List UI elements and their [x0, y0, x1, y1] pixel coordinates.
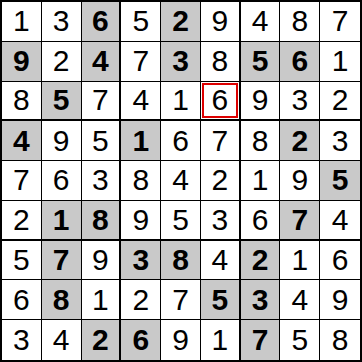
filled-digit: 7 — [13, 165, 30, 195]
cell-r7c1[interactable]: 5 — [2, 241, 42, 281]
cell-r1c8[interactable]: 8 — [280, 2, 320, 42]
filled-digit: 2 — [132, 285, 149, 315]
filled-digit: 8 — [211, 46, 228, 76]
cell-r9c2[interactable]: 4 — [42, 320, 82, 360]
filled-digit: 9 — [92, 245, 109, 275]
given-digit: 7 — [252, 325, 269, 355]
filled-digit: 6 — [252, 205, 269, 235]
cell-r1c3[interactable]: 6 — [82, 2, 122, 42]
cell-r5c6[interactable]: 2 — [201, 161, 241, 201]
given-digit: 5 — [252, 46, 269, 76]
filled-digit: 1 — [211, 325, 228, 355]
filled-digit: 3 — [291, 85, 308, 115]
given-digit: 5 — [211, 285, 228, 315]
cell-r1c5[interactable]: 2 — [161, 2, 201, 42]
filled-digit: 4 — [252, 6, 269, 36]
cell-r8c2[interactable]: 8 — [42, 280, 82, 320]
cell-r6c6[interactable]: 3 — [201, 201, 241, 241]
filled-digit: 9 — [291, 165, 308, 195]
cell-r5c2[interactable]: 6 — [42, 161, 82, 201]
given-digit: 8 — [92, 205, 109, 235]
cell-r7c7[interactable]: 2 — [241, 241, 281, 281]
cell-r6c9[interactable]: 4 — [320, 201, 360, 241]
cell-r3c8[interactable]: 3 — [280, 82, 320, 122]
filled-digit: 8 — [132, 165, 149, 195]
cell-r2c3[interactable]: 4 — [82, 42, 122, 82]
filled-digit: 6 — [13, 285, 30, 315]
filled-digit: 9 — [332, 285, 349, 315]
given-digit: 6 — [291, 46, 308, 76]
given-digit: 3 — [132, 245, 149, 275]
cell-r7c6[interactable]: 4 — [201, 241, 241, 281]
filled-digit: 6 — [53, 165, 70, 195]
cell-r7c5[interactable]: 8 — [161, 241, 201, 281]
given-digit: 2 — [92, 325, 109, 355]
cell-r8c1[interactable]: 6 — [2, 280, 42, 320]
cell-r6c7[interactable]: 6 — [241, 201, 281, 241]
filled-digit: 5 — [291, 325, 308, 355]
filled-digit: 8 — [13, 85, 30, 115]
filled-digit: 8 — [291, 6, 308, 36]
given-digit: 2 — [172, 6, 189, 36]
cell-r3c2[interactable]: 5 — [42, 82, 82, 122]
filled-digit: 5 — [13, 245, 30, 275]
cell-r8c3[interactable]: 1 — [82, 280, 122, 320]
given-digit: 8 — [172, 245, 189, 275]
cell-r2c7[interactable]: 5 — [241, 42, 281, 82]
filled-digit: 6 — [211, 85, 228, 115]
filled-digit: 1 — [172, 85, 189, 115]
filled-digit: 9 — [211, 6, 228, 36]
filled-digit: 4 — [291, 285, 308, 315]
filled-digit: 7 — [332, 6, 349, 36]
filled-digit: 1 — [13, 6, 30, 36]
cell-r1c7[interactable]: 4 — [241, 2, 281, 42]
cell-r2c4[interactable]: 7 — [121, 42, 161, 82]
cell-r9c8[interactable]: 5 — [280, 320, 320, 360]
filled-digit: 1 — [291, 245, 308, 275]
cell-r4c6[interactable]: 7 — [201, 121, 241, 161]
filled-digit: 2 — [13, 205, 30, 235]
given-digit: 4 — [13, 126, 30, 156]
filled-digit: 5 — [92, 126, 109, 156]
cell-r5c7[interactable]: 1 — [241, 161, 281, 201]
cell-r9c1[interactable]: 3 — [2, 320, 42, 360]
given-digit: 6 — [132, 325, 149, 355]
cell-r6c1[interactable]: 2 — [2, 201, 42, 241]
cell-r3c7[interactable]: 9 — [241, 82, 281, 122]
filled-digit: 4 — [211, 245, 228, 275]
cell-r5c3[interactable]: 3 — [82, 161, 122, 201]
cell-r6c3[interactable]: 8 — [82, 201, 122, 241]
cell-r5c8[interactable]: 9 — [280, 161, 320, 201]
cell-r1c2[interactable]: 3 — [42, 2, 82, 42]
cell-r7c8[interactable]: 1 — [280, 241, 320, 281]
cell-r6c5[interactable]: 5 — [161, 201, 201, 241]
cell-r7c9[interactable]: 6 — [320, 241, 360, 281]
cell-r2c5[interactable]: 3 — [161, 42, 201, 82]
filled-digit: 3 — [332, 126, 349, 156]
given-digit: 8 — [53, 285, 70, 315]
filled-digit: 7 — [132, 46, 149, 76]
filled-digit: 2 — [53, 46, 70, 76]
cell-r8c4[interactable]: 2 — [121, 280, 161, 320]
cell-r7c4[interactable]: 3 — [121, 241, 161, 281]
filled-digit: 8 — [252, 126, 269, 156]
cell-r6c2[interactable]: 1 — [42, 201, 82, 241]
cell-r9c9[interactable]: 8 — [320, 320, 360, 360]
filled-digit: 6 — [172, 126, 189, 156]
cell-r3c5[interactable]: 1 — [161, 82, 201, 122]
given-digit: 5 — [53, 85, 70, 115]
cell-r2c1[interactable]: 9 — [2, 42, 42, 82]
filled-digit: 7 — [172, 285, 189, 315]
filled-digit: 1 — [92, 285, 109, 315]
cell-r9c3[interactable]: 2 — [82, 320, 122, 360]
cell-r6c4[interactable]: 9 — [121, 201, 161, 241]
filled-digit: 5 — [132, 6, 149, 36]
cell-r3c6[interactable]: 6 — [201, 82, 241, 122]
cell-r4c4[interactable]: 1 — [121, 121, 161, 161]
given-digit: 7 — [291, 205, 308, 235]
filled-digit: 6 — [332, 245, 349, 275]
cell-r3c3[interactable]: 7 — [82, 82, 122, 122]
filled-digit: 5 — [172, 205, 189, 235]
given-digit: 2 — [252, 245, 269, 275]
filled-digit: 7 — [92, 85, 109, 115]
filled-digit: 9 — [172, 325, 189, 355]
cell-r4c3[interactable]: 5 — [82, 121, 122, 161]
cell-r1c6[interactable]: 9 — [201, 2, 241, 42]
filled-digit: 3 — [211, 205, 228, 235]
filled-digit: 1 — [252, 165, 269, 195]
cell-r4c8[interactable]: 2 — [280, 121, 320, 161]
cell-r2c2[interactable]: 2 — [42, 42, 82, 82]
cell-r9c6[interactable]: 1 — [201, 320, 241, 360]
given-digit: 3 — [252, 285, 269, 315]
given-digit: 4 — [92, 46, 109, 76]
cell-r2c9[interactable]: 1 — [320, 42, 360, 82]
given-digit: 3 — [172, 46, 189, 76]
filled-digit: 4 — [332, 205, 349, 235]
cell-r3c1[interactable]: 8 — [2, 82, 42, 122]
cell-r7c3[interactable]: 9 — [82, 241, 122, 281]
given-digit: 2 — [291, 126, 308, 156]
given-digit: 1 — [53, 205, 70, 235]
cell-r5c1[interactable]: 7 — [2, 161, 42, 201]
sudoku-board: 1365294879247385618574169324951678237638… — [0, 0, 362, 362]
cell-r1c9[interactable]: 7 — [320, 2, 360, 42]
cell-r4c5[interactable]: 6 — [161, 121, 201, 161]
filled-digit: 3 — [92, 165, 109, 195]
cell-r7c2[interactable]: 7 — [42, 241, 82, 281]
cell-r5c9[interactable]: 5 — [320, 161, 360, 201]
cell-r8c5[interactable]: 7 — [161, 280, 201, 320]
given-digit: 7 — [53, 245, 70, 275]
cell-r6c8[interactable]: 7 — [280, 201, 320, 241]
filled-digit: 2 — [211, 165, 228, 195]
cell-r4c1[interactable]: 4 — [2, 121, 42, 161]
cell-r2c6[interactable]: 8 — [201, 42, 241, 82]
filled-digit: 8 — [332, 325, 349, 355]
cell-r8c6[interactable]: 5 — [201, 280, 241, 320]
cell-r3c9[interactable]: 2 — [320, 82, 360, 122]
filled-digit: 9 — [53, 126, 70, 156]
cell-r2c8[interactable]: 6 — [280, 42, 320, 82]
cell-r8c9[interactable]: 9 — [320, 280, 360, 320]
filled-digit: 7 — [211, 126, 228, 156]
cell-r4c2[interactable]: 9 — [42, 121, 82, 161]
cell-r4c7[interactable]: 8 — [241, 121, 281, 161]
filled-digit: 4 — [53, 325, 70, 355]
given-digit: 6 — [92, 6, 109, 36]
cell-r4c9[interactable]: 3 — [320, 121, 360, 161]
filled-digit: 3 — [13, 325, 30, 355]
given-digit: 1 — [132, 126, 149, 156]
filled-digit: 4 — [132, 85, 149, 115]
given-digit: 9 — [13, 46, 30, 76]
filled-digit: 4 — [172, 165, 189, 195]
cell-r8c7[interactable]: 3 — [241, 280, 281, 320]
filled-digit: 2 — [332, 85, 349, 115]
cell-r5c5[interactable]: 4 — [161, 161, 201, 201]
cell-r1c1[interactable]: 1 — [2, 2, 42, 42]
filled-digit: 9 — [132, 205, 149, 235]
cell-r3c4[interactable]: 4 — [121, 82, 161, 122]
cell-r9c5[interactable]: 9 — [161, 320, 201, 360]
filled-digit: 1 — [332, 46, 349, 76]
filled-digit: 9 — [252, 85, 269, 115]
cell-r8c8[interactable]: 4 — [280, 280, 320, 320]
cell-r9c4[interactable]: 6 — [121, 320, 161, 360]
filled-digit: 3 — [53, 6, 70, 36]
given-digit: 5 — [332, 165, 349, 195]
cell-r9c7[interactable]: 7 — [241, 320, 281, 360]
cell-r5c4[interactable]: 8 — [121, 161, 161, 201]
cell-r1c4[interactable]: 5 — [121, 2, 161, 42]
